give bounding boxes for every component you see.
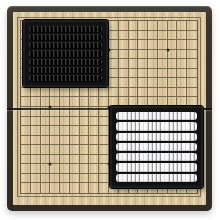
grid-cell	[70, 136, 80, 146]
grid-cell	[70, 88, 80, 98]
star-point	[49, 163, 52, 166]
grid-cell	[148, 78, 158, 88]
grid-cell	[119, 21, 129, 31]
grid-cell	[119, 50, 129, 60]
grid-cell	[177, 50, 187, 60]
grid-cell	[41, 117, 51, 127]
grid-cell	[148, 88, 158, 98]
grid-cell	[80, 174, 90, 184]
white-stone-tray[interactable]	[110, 106, 203, 188]
grid-cell	[21, 174, 31, 184]
grid-cell	[138, 59, 148, 69]
grid-cell	[21, 97, 31, 107]
grid-cell	[129, 31, 139, 41]
grid-cell	[109, 50, 119, 60]
grid-cell	[70, 183, 80, 193]
grid-cell	[129, 50, 139, 60]
black-stone-row	[29, 59, 102, 65]
black-stone-row	[29, 34, 102, 40]
grid-cell	[177, 88, 187, 98]
grid-cell	[80, 117, 90, 127]
grid-cell	[50, 117, 60, 127]
grid-cell	[109, 40, 119, 50]
grid-cell	[148, 50, 158, 60]
grid-cell	[138, 78, 148, 88]
grid-cell	[109, 31, 119, 41]
grid-cell	[50, 136, 60, 146]
grid-cell	[109, 69, 119, 79]
grid-cell	[31, 145, 41, 155]
grid-cell	[60, 145, 70, 155]
grid-cell	[31, 126, 41, 136]
grid-cell	[41, 183, 51, 193]
star-point	[166, 48, 169, 51]
grid-cell	[138, 21, 148, 31]
grid-cell	[41, 126, 51, 136]
white-stone-row	[116, 174, 197, 182]
grid-cell	[89, 155, 99, 165]
grid-cell	[138, 69, 148, 79]
black-stone-row	[29, 50, 102, 56]
grid-cell	[21, 126, 31, 136]
grid-cell	[177, 69, 187, 79]
grid-cell	[70, 126, 80, 136]
grid-cell	[89, 117, 99, 127]
grid-cell	[60, 97, 70, 107]
grid-cell	[31, 97, 41, 107]
grid-cell	[21, 183, 31, 193]
grid-cell	[177, 31, 187, 41]
grid-cell	[21, 88, 31, 98]
product-photo-scene: { "game": "go", "scene": "Overhead produ…	[0, 0, 220, 220]
grid-cell	[21, 164, 31, 174]
grid-cell	[80, 183, 90, 193]
grid-cell	[50, 155, 60, 165]
black-stone-row	[29, 75, 102, 81]
grid-cell	[148, 31, 158, 41]
grid-cell	[31, 183, 41, 193]
grid-cell	[187, 21, 197, 31]
white-stone-row	[116, 112, 197, 120]
grid-cell	[99, 145, 109, 155]
grid-cell	[187, 78, 197, 88]
grid-cell	[80, 88, 90, 98]
grid-cell	[89, 136, 99, 146]
grid-cell	[109, 88, 119, 98]
grid-cell	[89, 183, 99, 193]
grid-cell	[138, 50, 148, 60]
grid-cell	[119, 59, 129, 69]
grid-cell	[60, 174, 70, 184]
grid-cell	[148, 21, 158, 31]
grid-cell	[109, 59, 119, 69]
grid-cell	[99, 174, 109, 184]
grid-cell	[80, 164, 90, 174]
grid-cell	[21, 117, 31, 127]
grid-cell	[80, 136, 90, 146]
grid-cell	[177, 21, 187, 31]
white-stone-row	[116, 153, 197, 161]
grid-cell	[168, 69, 178, 79]
grid-cell	[31, 164, 41, 174]
grid-cell	[158, 88, 168, 98]
grid-cell	[168, 78, 178, 88]
grid-cell	[187, 59, 197, 69]
grid-cell	[31, 155, 41, 165]
grid-cell	[41, 88, 51, 98]
grid-cell	[99, 117, 109, 127]
grid-cell	[99, 183, 109, 193]
grid-cell	[168, 40, 178, 50]
grid-cell	[89, 145, 99, 155]
white-stone-row	[116, 122, 197, 130]
grid-cell	[31, 117, 41, 127]
grid-cell	[50, 97, 60, 107]
white-stone-row	[116, 143, 197, 151]
grid-cell	[168, 88, 178, 98]
grid-cell	[60, 117, 70, 127]
grid-cell	[50, 174, 60, 184]
grid-cell	[50, 88, 60, 98]
grid-cell	[31, 174, 41, 184]
grid-cell	[99, 136, 109, 146]
grid-cell	[177, 59, 187, 69]
grid-cell	[129, 69, 139, 79]
grid-cell	[158, 69, 168, 79]
grid-cell	[60, 155, 70, 165]
grid-cell	[60, 126, 70, 136]
grid-cell	[70, 155, 80, 165]
grid-cell	[158, 31, 168, 41]
grid-cell	[70, 117, 80, 127]
grid-cell	[60, 88, 70, 98]
grid-cell	[80, 126, 90, 136]
grid-cell	[41, 174, 51, 184]
grid-cell	[50, 183, 60, 193]
grid-cell	[187, 69, 197, 79]
grid-cell	[129, 88, 139, 98]
grid-cell	[187, 50, 197, 60]
black-stone-tray[interactable]	[23, 20, 108, 87]
grid-cell	[70, 164, 80, 174]
grid-cell	[60, 164, 70, 174]
grid-cell	[129, 59, 139, 69]
grid-cell	[21, 155, 31, 165]
grid-cell	[129, 78, 139, 88]
grid-cell	[89, 88, 99, 98]
grid-cell	[50, 126, 60, 136]
black-stone-row	[29, 67, 102, 73]
grid-cell	[80, 145, 90, 155]
grid-cell	[89, 174, 99, 184]
grid-cell	[109, 78, 119, 88]
grid-cell	[50, 164, 60, 174]
grid-cell	[168, 31, 178, 41]
grid-cell	[21, 145, 31, 155]
grid-cell	[119, 31, 129, 41]
go-board[interactable]	[7, 6, 212, 211]
grid-cell	[187, 88, 197, 98]
grid-cell	[187, 31, 197, 41]
grid-cell	[148, 40, 158, 50]
grid-cell	[138, 88, 148, 98]
grid-cell	[80, 155, 90, 165]
grid-cell	[70, 97, 80, 107]
grid-cell	[177, 78, 187, 88]
grid-cell	[70, 145, 80, 155]
grid-cell	[31, 88, 41, 98]
grid-cell	[129, 40, 139, 50]
grid-cell	[99, 126, 109, 136]
grid-cell	[168, 59, 178, 69]
black-stone-row	[29, 42, 102, 48]
grid-cell	[129, 21, 139, 31]
grid-cell	[158, 78, 168, 88]
grid-cell	[89, 164, 99, 174]
grid-cell	[168, 21, 178, 31]
grid-cell	[41, 136, 51, 146]
grid-cell	[50, 145, 60, 155]
grid-cell	[187, 40, 197, 50]
grid-cell	[21, 136, 31, 146]
grid-cell	[41, 145, 51, 155]
grid-cell	[60, 136, 70, 146]
grid-cell	[177, 40, 187, 50]
grid-cell	[148, 69, 158, 79]
grid-cell	[148, 59, 158, 69]
black-stone-row	[29, 26, 102, 32]
grid-cell	[158, 21, 168, 31]
grid-cell	[109, 21, 119, 31]
grid-cell	[80, 97, 90, 107]
grid-cell	[60, 183, 70, 193]
white-stone-row	[116, 133, 197, 141]
grid-cell	[168, 50, 178, 60]
grid-cell	[89, 97, 99, 107]
white-stone-row	[116, 163, 197, 171]
grid-cell	[119, 88, 129, 98]
grid-cell	[31, 136, 41, 146]
grid-cell	[138, 31, 148, 41]
grid-cell	[158, 59, 168, 69]
grid-cell	[119, 78, 129, 88]
grid-cell	[119, 69, 129, 79]
grid-cell	[99, 88, 109, 98]
grid-cell	[70, 174, 80, 184]
grid-cell	[138, 40, 148, 50]
grid-cell	[119, 40, 129, 50]
grid-cell	[89, 126, 99, 136]
grid-cell	[99, 164, 109, 174]
